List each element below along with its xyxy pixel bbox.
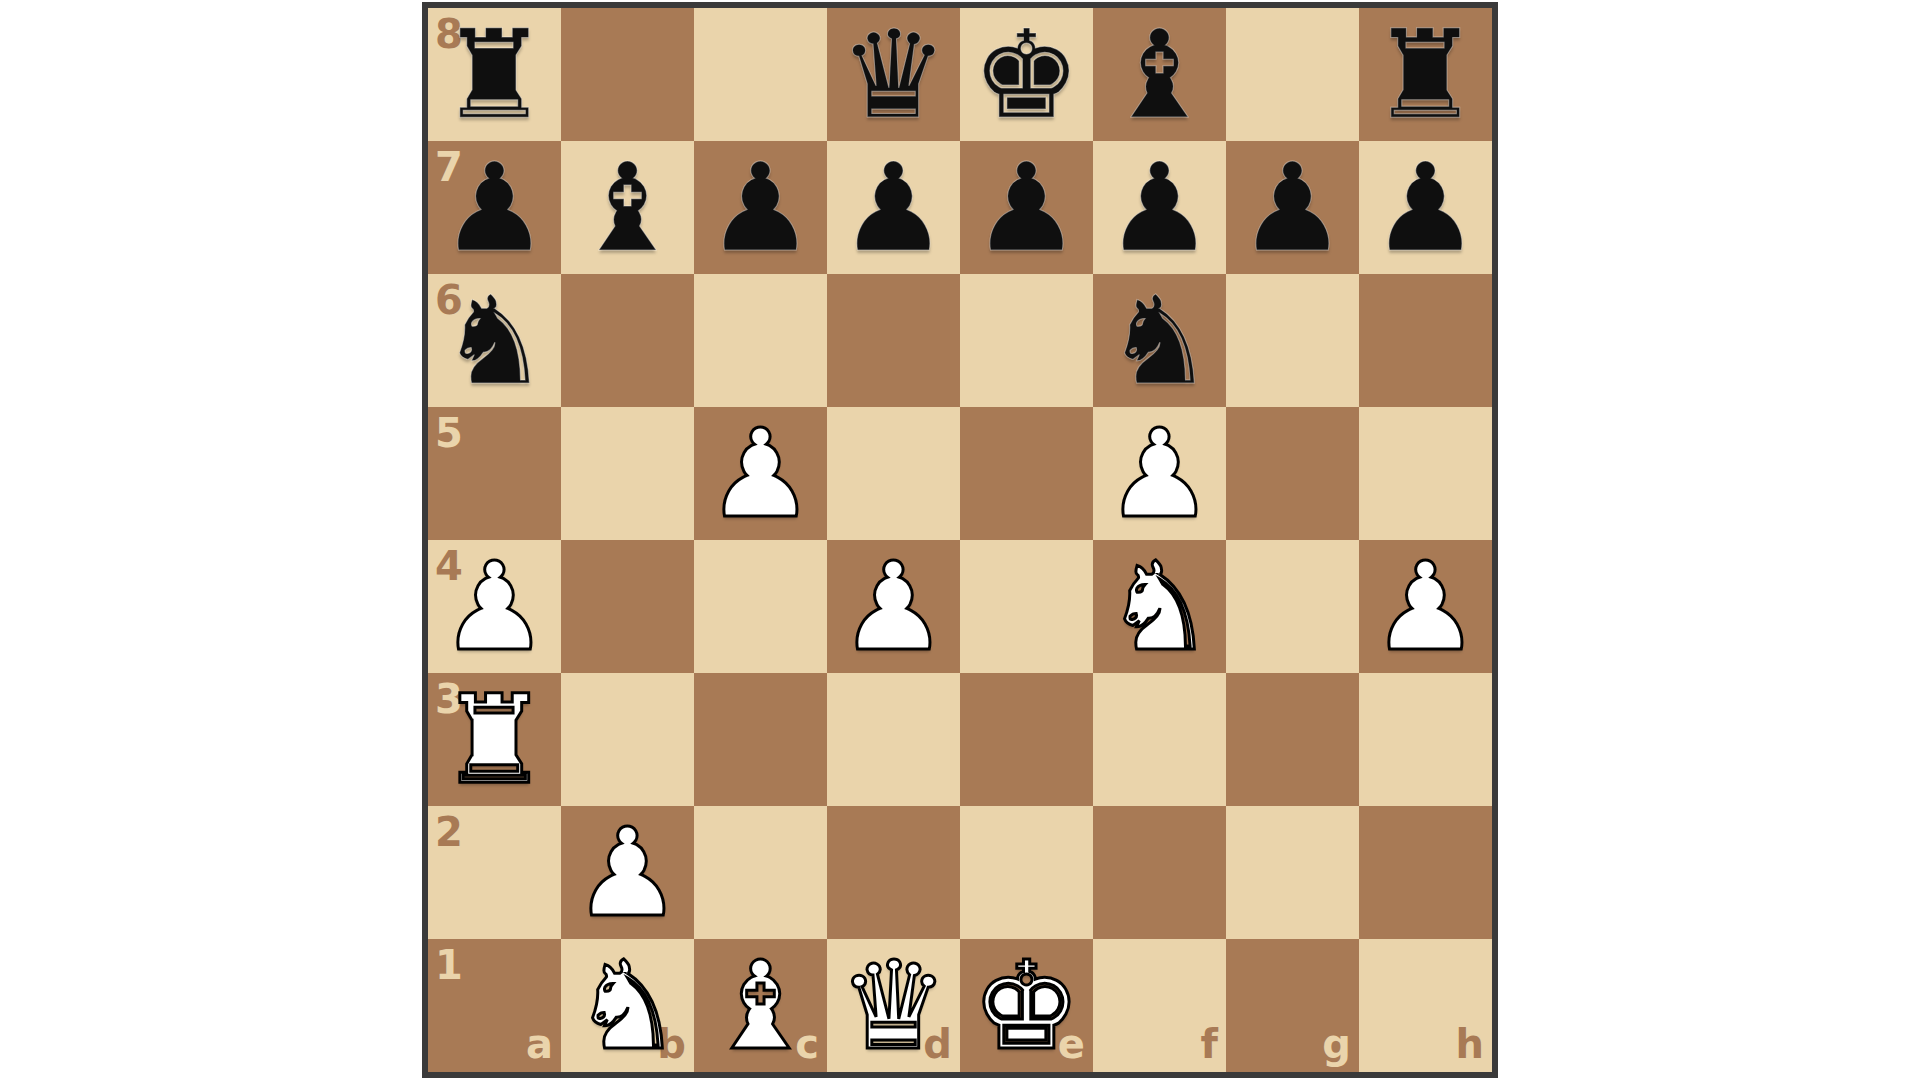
square-g6[interactable] [1226, 274, 1359, 407]
rank-label-2: 2 [435, 812, 463, 852]
square-b1[interactable]: b♞︎ [561, 939, 694, 1072]
square-g7[interactable]: ♟︎ [1226, 141, 1359, 274]
chess-board: 8♜︎♛︎♚︎♝︎♜︎7♟︎♝︎♟︎♟︎♟︎♟︎♟︎♟︎6♞︎♞︎5♟︎♟︎4♟… [422, 2, 1498, 1078]
square-e5[interactable] [960, 407, 1093, 540]
square-f6[interactable]: ♞︎ [1093, 274, 1226, 407]
square-d1[interactable]: d♛︎ [827, 939, 960, 1072]
square-f8[interactable]: ♝︎ [1093, 8, 1226, 141]
square-b6[interactable] [561, 274, 694, 407]
square-h7[interactable]: ♟︎ [1359, 141, 1492, 274]
square-f7[interactable]: ♟︎ [1093, 141, 1226, 274]
square-b2[interactable]: ♟︎ [561, 806, 694, 939]
board-grid: 8♜︎♛︎♚︎♝︎♜︎7♟︎♝︎♟︎♟︎♟︎♟︎♟︎♟︎6♞︎♞︎5♟︎♟︎4♟… [428, 8, 1492, 1072]
square-c5[interactable]: ♟︎ [694, 407, 827, 540]
piece-black-pawn-d7[interactable]: ♟︎ [827, 141, 960, 274]
piece-black-bishop-f8[interactable]: ♝︎ [1093, 8, 1226, 141]
piece-black-pawn-h7[interactable]: ♟︎ [1359, 141, 1492, 274]
square-c2[interactable] [694, 806, 827, 939]
square-d4[interactable]: ♟︎ [827, 540, 960, 673]
square-c3[interactable] [694, 673, 827, 806]
piece-black-bishop-b7[interactable]: ♝︎ [561, 141, 694, 274]
square-g2[interactable] [1226, 806, 1359, 939]
file-label-a: a [526, 1024, 553, 1064]
square-g8[interactable] [1226, 8, 1359, 141]
square-f5[interactable]: ♟︎ [1093, 407, 1226, 540]
square-a6[interactable]: 6♞︎ [428, 274, 561, 407]
square-e3[interactable] [960, 673, 1093, 806]
piece-black-knight-a6[interactable]: ♞︎ [428, 274, 561, 407]
piece-black-pawn-c7[interactable]: ♟︎ [694, 141, 827, 274]
square-c1[interactable]: c♝︎ [694, 939, 827, 1072]
file-label-h: h [1456, 1024, 1484, 1064]
piece-white-pawn-a4[interactable]: ♟︎ [428, 540, 561, 673]
square-h4[interactable]: ♟︎ [1359, 540, 1492, 673]
square-e7[interactable]: ♟︎ [960, 141, 1093, 274]
square-f2[interactable] [1093, 806, 1226, 939]
piece-white-knight-f4[interactable]: ♞︎ [1093, 540, 1226, 673]
square-h3[interactable] [1359, 673, 1492, 806]
square-a3[interactable]: 3♜︎ [428, 673, 561, 806]
square-e8[interactable]: ♚︎ [960, 8, 1093, 141]
square-b3[interactable] [561, 673, 694, 806]
piece-white-pawn-c5[interactable]: ♟︎ [694, 407, 827, 540]
square-b5[interactable] [561, 407, 694, 540]
square-d2[interactable] [827, 806, 960, 939]
piece-white-pawn-b2[interactable]: ♟︎ [561, 806, 694, 939]
piece-white-queen-d1[interactable]: ♛︎ [827, 939, 960, 1072]
square-h2[interactable] [1359, 806, 1492, 939]
piece-white-rook-a3[interactable]: ♜︎ [428, 673, 561, 806]
piece-black-pawn-a7[interactable]: ♟︎ [428, 141, 561, 274]
square-e1[interactable]: e♚︎ [960, 939, 1093, 1072]
square-h5[interactable] [1359, 407, 1492, 540]
rank-label-1: 1 [435, 945, 463, 985]
file-label-g: g [1322, 1024, 1351, 1064]
square-d6[interactable] [827, 274, 960, 407]
square-d5[interactable] [827, 407, 960, 540]
square-c4[interactable] [694, 540, 827, 673]
square-f1[interactable]: f [1093, 939, 1226, 1072]
square-d3[interactable] [827, 673, 960, 806]
piece-black-pawn-f7[interactable]: ♟︎ [1093, 141, 1226, 274]
square-a7[interactable]: 7♟︎ [428, 141, 561, 274]
piece-black-rook-a8[interactable]: ♜︎ [428, 8, 561, 141]
piece-black-knight-f6[interactable]: ♞︎ [1093, 274, 1226, 407]
square-g3[interactable] [1226, 673, 1359, 806]
square-g5[interactable] [1226, 407, 1359, 540]
square-c7[interactable]: ♟︎ [694, 141, 827, 274]
square-a1[interactable]: 1a [428, 939, 561, 1072]
square-h6[interactable] [1359, 274, 1492, 407]
square-b8[interactable] [561, 8, 694, 141]
piece-black-king-e8[interactable]: ♚︎ [960, 8, 1093, 141]
square-d8[interactable]: ♛︎ [827, 8, 960, 141]
square-b4[interactable] [561, 540, 694, 673]
square-e4[interactable] [960, 540, 1093, 673]
square-e2[interactable] [960, 806, 1093, 939]
piece-white-pawn-d4[interactable]: ♟︎ [827, 540, 960, 673]
piece-black-pawn-g7[interactable]: ♟︎ [1226, 141, 1359, 274]
square-g1[interactable]: g [1226, 939, 1359, 1072]
square-a8[interactable]: 8♜︎ [428, 8, 561, 141]
piece-black-rook-h8[interactable]: ♜︎ [1359, 8, 1492, 141]
square-e6[interactable] [960, 274, 1093, 407]
piece-black-queen-d8[interactable]: ♛︎ [827, 8, 960, 141]
square-h1[interactable]: h [1359, 939, 1492, 1072]
page: 8♜︎♛︎♚︎♝︎♜︎7♟︎♝︎♟︎♟︎♟︎♟︎♟︎♟︎6♞︎♞︎5♟︎♟︎4♟… [0, 0, 1920, 1080]
piece-white-knight-b1[interactable]: ♞︎ [561, 939, 694, 1072]
piece-white-pawn-h4[interactable]: ♟︎ [1359, 540, 1492, 673]
square-a5[interactable]: 5 [428, 407, 561, 540]
square-f3[interactable] [1093, 673, 1226, 806]
square-h8[interactable]: ♜︎ [1359, 8, 1492, 141]
piece-white-king-e1[interactable]: ♚︎ [960, 939, 1093, 1072]
piece-black-pawn-e7[interactable]: ♟︎ [960, 141, 1093, 274]
file-label-f: f [1201, 1024, 1218, 1064]
rank-label-5: 5 [435, 413, 463, 453]
square-d7[interactable]: ♟︎ [827, 141, 960, 274]
square-f4[interactable]: ♞︎ [1093, 540, 1226, 673]
square-c8[interactable] [694, 8, 827, 141]
square-a2[interactable]: 2 [428, 806, 561, 939]
square-g4[interactable] [1226, 540, 1359, 673]
square-c6[interactable] [694, 274, 827, 407]
piece-white-pawn-f5[interactable]: ♟︎ [1093, 407, 1226, 540]
square-a4[interactable]: 4♟︎ [428, 540, 561, 673]
piece-white-bishop-c1[interactable]: ♝︎ [694, 939, 827, 1072]
square-b7[interactable]: ♝︎ [561, 141, 694, 274]
